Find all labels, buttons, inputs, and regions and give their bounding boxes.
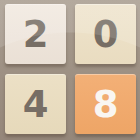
tile-8: 8 xyxy=(75,74,136,134)
tile-8-value: 8 xyxy=(93,86,119,123)
tile-4: 4 xyxy=(5,74,66,134)
2048-board: 2 0 4 8 xyxy=(5,4,136,134)
tile-0: 0 xyxy=(75,4,136,64)
2048-app-icon[interactable]: 2 0 4 8 xyxy=(0,0,140,140)
tile-4-value: 4 xyxy=(23,86,49,123)
tile-2-value: 2 xyxy=(23,16,49,53)
tile-0-value: 0 xyxy=(93,16,119,53)
tile-2: 2 xyxy=(5,4,66,64)
